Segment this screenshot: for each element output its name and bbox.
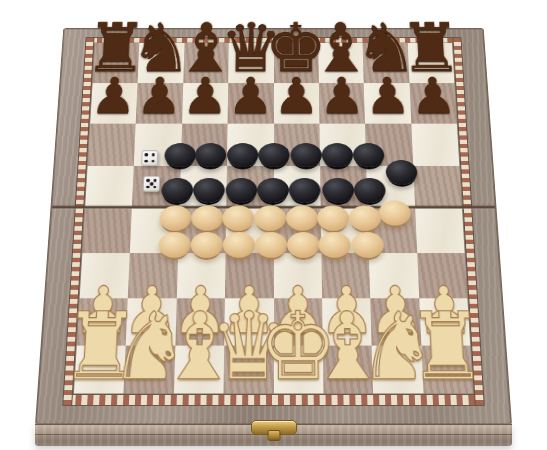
square-h5[interactable]	[413, 165, 462, 208]
piece-black-pawn[interactable]: ♟	[182, 71, 228, 121]
square-h4[interactable]	[415, 209, 465, 253]
checker-black[interactable]	[385, 160, 417, 184]
checker-black[interactable]	[354, 178, 386, 203]
piece-black-pawn[interactable]: ♟	[409, 71, 457, 121]
piece-black-pawn[interactable]: ♟	[228, 71, 274, 121]
square-h6[interactable]	[411, 124, 459, 166]
checker-light[interactable]	[222, 206, 254, 231]
die-pip	[150, 182, 153, 185]
checker-black[interactable]	[353, 143, 385, 167]
checker-black[interactable]	[258, 143, 289, 167]
square-a4[interactable]	[82, 209, 132, 253]
checker-light[interactable]	[223, 232, 255, 258]
checker-light[interactable]	[255, 232, 287, 258]
die-pip	[153, 179, 156, 182]
die-pip	[151, 153, 154, 156]
checker-light[interactable]	[351, 232, 384, 258]
product-photo-scene: ♜♞♝♛♚♝♞♜♟♟♟♟♟♟♟♟♟♟♟♟♟♟♟♟♜♞♝♛♚♝♞♜	[0, 0, 547, 450]
checker-black[interactable]	[257, 178, 289, 203]
checker-black[interactable]	[322, 178, 354, 203]
piece-black-pawn[interactable]: ♟	[274, 71, 320, 121]
checker-light[interactable]	[378, 200, 411, 225]
checker-black[interactable]	[290, 143, 322, 167]
checker-black[interactable]	[227, 143, 258, 167]
checker-light[interactable]	[286, 206, 318, 231]
checker-black[interactable]	[322, 143, 354, 167]
die-1-showing-4[interactable]	[141, 150, 158, 166]
piece-black-pawn[interactable]: ♟	[364, 71, 411, 121]
checker-black[interactable]	[225, 178, 257, 203]
die-2-showing-5[interactable]	[143, 176, 160, 192]
square-a5[interactable]	[85, 165, 134, 208]
brass-latch	[251, 420, 297, 435]
piece-black-pawn[interactable]: ♟	[90, 71, 138, 121]
chess-board: ♜♞♝♛♚♝♞♜♟♟♟♟♟♟♟♟♟♟♟♟♟♟♟♟♜♞♝♛♚♝♞♜	[35, 28, 512, 425]
checker-light[interactable]	[317, 206, 349, 231]
die-pip	[146, 179, 149, 182]
checker-light[interactable]	[349, 206, 382, 231]
checker-black[interactable]	[289, 178, 321, 203]
piece-black-pawn[interactable]: ♟	[136, 71, 183, 121]
checker-light[interactable]	[287, 232, 319, 258]
brass-latch-tab	[267, 430, 280, 441]
piece-black-pawn[interactable]: ♟	[319, 71, 365, 121]
die-pip	[145, 159, 148, 162]
die-pip	[145, 153, 148, 156]
die-pip	[153, 186, 156, 189]
checker-light[interactable]	[254, 206, 286, 231]
die-pip	[151, 159, 154, 162]
checker-light[interactable]	[318, 232, 351, 258]
die-pip	[146, 186, 149, 189]
square-a6[interactable]	[88, 124, 136, 166]
box-front-edge	[35, 424, 512, 446]
piece-white-rook[interactable]: ♜	[405, 300, 489, 394]
